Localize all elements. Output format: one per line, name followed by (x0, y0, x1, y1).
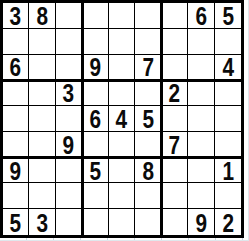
cell-r2c8[interactable] (188, 29, 214, 55)
cell-r8c6[interactable] (135, 183, 161, 209)
cell-r9c2[interactable]: 3 (29, 209, 55, 235)
given-digit: 2 (169, 80, 181, 106)
cell-r9c7[interactable] (162, 209, 188, 235)
cell-r1c5[interactable] (109, 3, 135, 29)
cell-r4c4[interactable] (82, 80, 108, 106)
given-digit: 5 (10, 209, 22, 235)
cell-r2c2[interactable] (29, 29, 55, 55)
cell-r2c4[interactable] (82, 29, 108, 55)
cell-r4c5[interactable] (109, 80, 135, 106)
given-digit: 2 (222, 209, 234, 235)
cell-r3c7[interactable] (162, 55, 188, 81)
cell-r3c3[interactable] (56, 55, 82, 81)
cell-r7c4[interactable]: 5 (82, 158, 108, 184)
cell-r9c5[interactable] (109, 209, 135, 235)
given-digit: 9 (63, 132, 75, 158)
cell-r5c1[interactable] (3, 106, 29, 132)
given-digit: 9 (195, 209, 207, 235)
sudoku-board: 38656974326459795815392 (0, 0, 244, 238)
given-digit: 4 (116, 106, 128, 132)
cell-r1c3[interactable] (56, 3, 82, 29)
cell-r7c9[interactable]: 1 (215, 158, 241, 184)
cell-r7c1[interactable]: 9 (3, 158, 29, 184)
given-digit: 9 (89, 55, 101, 81)
cell-r7c2[interactable] (29, 158, 55, 184)
cell-r9c6[interactable] (135, 209, 161, 235)
cell-r6c1[interactable] (3, 132, 29, 158)
cell-r7c3[interactable] (56, 158, 82, 184)
given-digit: 5 (142, 106, 154, 132)
cell-r8c1[interactable] (3, 183, 29, 209)
cell-r1c8[interactable]: 6 (188, 3, 214, 29)
cell-r6c9[interactable] (215, 132, 241, 158)
cell-r9c9[interactable]: 2 (215, 209, 241, 235)
cell-r9c8[interactable]: 9 (188, 209, 214, 235)
given-digit: 6 (89, 106, 101, 132)
cell-r7c5[interactable] (109, 158, 135, 184)
cell-r2c5[interactable] (109, 29, 135, 55)
cell-r3c9[interactable]: 4 (215, 55, 241, 81)
given-digit: 3 (63, 80, 75, 106)
cell-r8c8[interactable] (188, 183, 214, 209)
given-digit: 3 (36, 209, 48, 235)
given-digit: 7 (169, 132, 181, 158)
cell-r2c3[interactable] (56, 29, 82, 55)
cell-r1c9[interactable]: 5 (215, 3, 241, 29)
cell-r1c7[interactable] (162, 3, 188, 29)
given-digit: 7 (142, 55, 154, 81)
cell-r6c7[interactable]: 7 (162, 132, 188, 158)
cell-r8c5[interactable] (109, 183, 135, 209)
cell-r1c6[interactable] (135, 3, 161, 29)
given-digit: 4 (222, 55, 234, 81)
cell-r7c8[interactable] (188, 158, 214, 184)
cell-r8c3[interactable] (56, 183, 82, 209)
given-digit: 1 (222, 158, 234, 184)
cell-r5c6[interactable]: 5 (135, 106, 161, 132)
cell-r7c6[interactable]: 8 (135, 158, 161, 184)
cell-r3c4[interactable]: 9 (82, 55, 108, 81)
cell-r5c8[interactable] (188, 106, 214, 132)
cell-r4c1[interactable] (3, 80, 29, 106)
cell-r5c5[interactable]: 4 (109, 106, 135, 132)
cell-r5c2[interactable] (29, 106, 55, 132)
cell-r9c3[interactable] (56, 209, 82, 235)
given-digit: 6 (10, 55, 22, 81)
cell-r3c6[interactable]: 7 (135, 55, 161, 81)
cell-r5c7[interactable] (162, 106, 188, 132)
given-digit: 8 (36, 3, 48, 29)
cell-r4c8[interactable] (188, 80, 214, 106)
cell-r9c1[interactable]: 5 (3, 209, 29, 235)
given-digit: 6 (195, 3, 207, 29)
cell-r6c2[interactable] (29, 132, 55, 158)
given-digit: 5 (222, 3, 234, 29)
cell-r8c2[interactable] (29, 183, 55, 209)
cell-r5c4[interactable]: 6 (82, 106, 108, 132)
cell-r3c5[interactable] (109, 55, 135, 81)
cell-r7c7[interactable] (162, 158, 188, 184)
cell-r5c9[interactable] (215, 106, 241, 132)
cell-r1c4[interactable] (82, 3, 108, 29)
given-digit: 9 (10, 158, 22, 184)
cell-r9c4[interactable] (82, 209, 108, 235)
cell-r3c8[interactable] (188, 55, 214, 81)
cell-r4c7[interactable]: 2 (162, 80, 188, 106)
cell-r4c2[interactable] (29, 80, 55, 106)
given-digit: 5 (89, 158, 101, 184)
sudoku-page: 38656974326459795815392 (0, 0, 249, 241)
cell-r2c6[interactable] (135, 29, 161, 55)
cell-r3c1[interactable]: 6 (3, 55, 29, 81)
cell-r2c7[interactable] (162, 29, 188, 55)
cell-r6c8[interactable] (188, 132, 214, 158)
cell-r8c9[interactable] (215, 183, 241, 209)
cell-r4c3[interactable]: 3 (56, 80, 82, 106)
cell-r1c2[interactable]: 8 (29, 3, 55, 29)
cell-r8c7[interactable] (162, 183, 188, 209)
cell-r6c4[interactable] (82, 132, 108, 158)
given-digit: 8 (142, 158, 154, 184)
cell-r6c6[interactable] (135, 132, 161, 158)
cell-r6c3[interactable]: 9 (56, 132, 82, 158)
cell-r8c4[interactable] (82, 183, 108, 209)
cell-r6c5[interactable] (109, 132, 135, 158)
given-digit: 3 (10, 3, 22, 29)
cell-r2c9[interactable] (215, 29, 241, 55)
cell-r1c1[interactable]: 3 (3, 3, 29, 29)
cell-r2c1[interactable] (3, 29, 29, 55)
cell-r4c6[interactable] (135, 80, 161, 106)
cell-r4c9[interactable] (215, 80, 241, 106)
cell-r3c2[interactable] (29, 55, 55, 81)
cell-r5c3[interactable] (56, 106, 82, 132)
